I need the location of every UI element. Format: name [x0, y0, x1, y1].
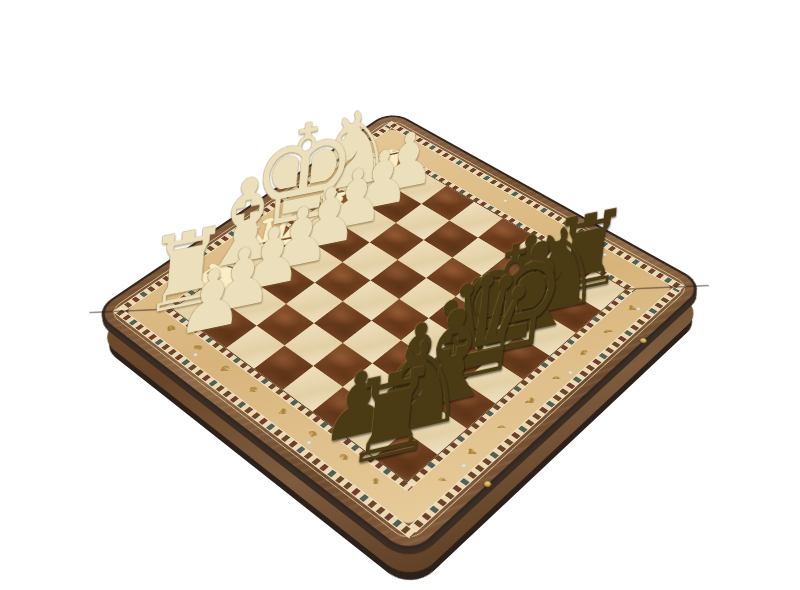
- product-photo: ♜♟♟♜♞♟♟♞♝♟♟♝♚♟♟♚♛♟♟♛♝♟♟♝♞♟♟♞♜♟♟♜ abcdefg…: [0, 0, 800, 590]
- chess-board: ♜♟♟♜♞♟♟♞♝♟♟♝♚♟♟♚♛♟♟♛♝♟♟♝♞♟♟♞♜♟♟♜ abcdefg…: [91, 110, 707, 560]
- piece-white-pawn-a7: ♟: [175, 252, 249, 348]
